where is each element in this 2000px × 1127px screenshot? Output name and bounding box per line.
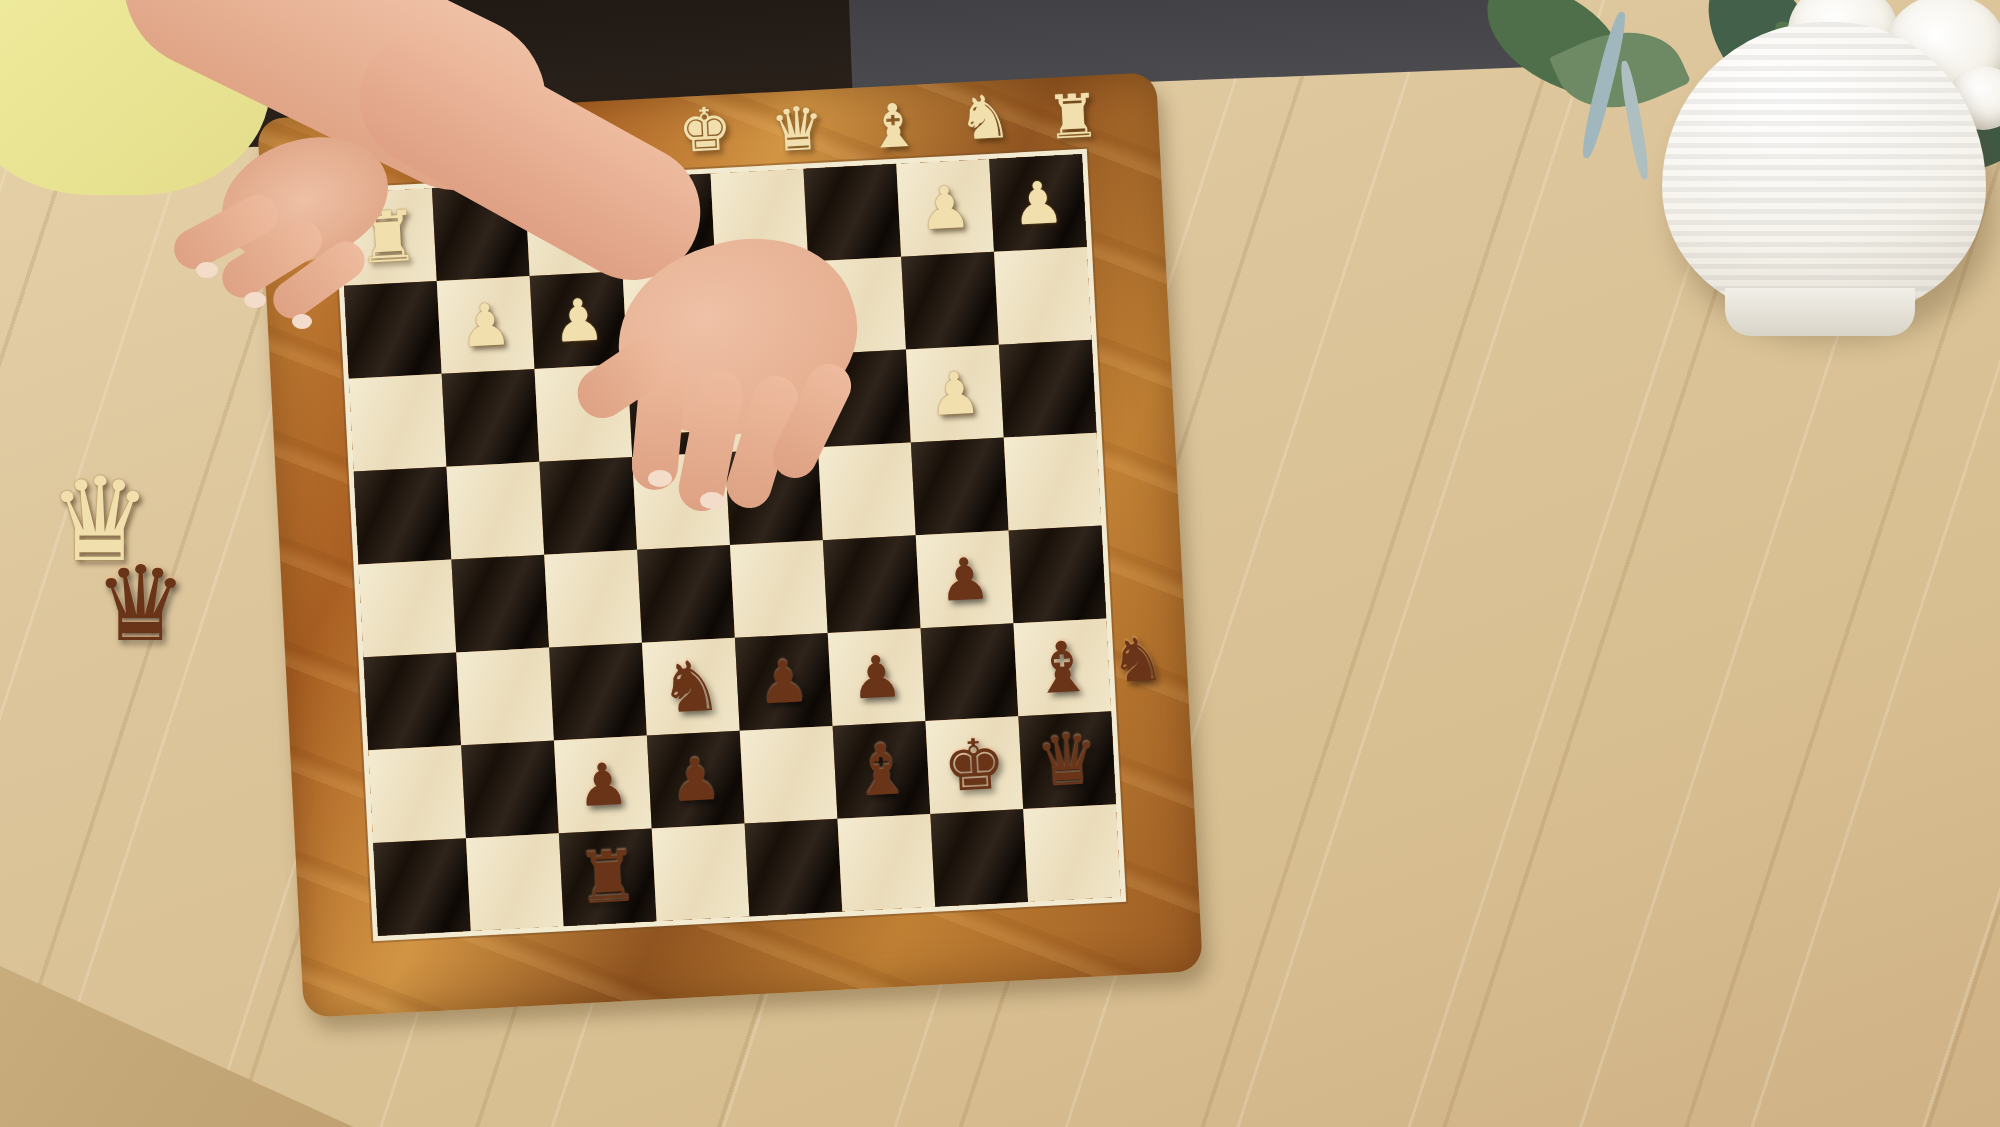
- flower-vase-foot: [1725, 288, 1915, 336]
- square-a7[interactable]: ♛: [1018, 711, 1116, 809]
- white-pawn-b3[interactable]: ♟: [927, 363, 982, 424]
- square-e5[interactable]: [637, 545, 735, 643]
- square-g2[interactable]: ♟: [437, 276, 535, 374]
- fingernail: [700, 492, 724, 509]
- square-b5[interactable]: ♟: [916, 530, 1014, 628]
- white-bishop-on-border[interactable]: ♝: [865, 95, 922, 158]
- square-e7[interactable]: ♟: [647, 731, 745, 829]
- dark-pawn-f7[interactable]: ♟: [575, 754, 630, 815]
- square-d8[interactable]: [745, 819, 843, 917]
- dark-king-b7[interactable]: ♚: [941, 728, 1007, 801]
- square-h7[interactable]: [368, 745, 466, 843]
- square-c7[interactable]: ♝: [833, 721, 931, 819]
- square-d7[interactable]: [740, 726, 838, 824]
- square-c1[interactable]: [803, 164, 901, 262]
- fingernail: [196, 262, 218, 278]
- square-a4[interactable]: [1004, 433, 1102, 531]
- square-h5[interactable]: [359, 560, 457, 658]
- dark-knight-on-border[interactable]: ♞: [1109, 628, 1166, 691]
- square-e6[interactable]: ♞: [642, 638, 740, 736]
- square-d6[interactable]: ♟: [735, 633, 833, 731]
- square-b6[interactable]: [921, 623, 1019, 721]
- square-e8[interactable]: [652, 824, 750, 922]
- chess-board: ♜♝♟♟♟♟♟♟♞♟♟♟♞♟♟♝♟♟♝♚♛♜ ♚♛♝♞♜♞: [257, 72, 1203, 1018]
- dark-rook-f8[interactable]: ♜: [575, 841, 641, 914]
- white-knight-on-border[interactable]: ♞: [956, 86, 1013, 149]
- square-a8[interactable]: [1023, 804, 1121, 902]
- square-c8[interactable]: [837, 814, 935, 912]
- square-b8[interactable]: [930, 809, 1028, 907]
- square-a2[interactable]: [994, 247, 1092, 345]
- square-b4[interactable]: [911, 438, 1009, 536]
- square-g3[interactable]: [442, 369, 540, 467]
- square-g7[interactable]: [461, 740, 559, 838]
- fingernail: [244, 292, 266, 308]
- white-pawn-g2[interactable]: ♟: [458, 295, 513, 356]
- square-a6[interactable]: ♝: [1013, 618, 1111, 716]
- white-king-on-border[interactable]: ♚: [677, 98, 734, 161]
- square-c6[interactable]: ♟: [828, 628, 926, 726]
- white-pawn-a1[interactable]: ♟: [1011, 173, 1066, 234]
- dark-bishop-a6[interactable]: ♝: [1029, 631, 1095, 704]
- square-g8[interactable]: [466, 833, 564, 931]
- square-g4[interactable]: [447, 462, 545, 560]
- square-f2[interactable]: ♟: [530, 271, 628, 369]
- square-d5[interactable]: [730, 540, 828, 638]
- square-f5[interactable]: [544, 550, 642, 648]
- white-rook-on-border[interactable]: ♜: [1045, 85, 1102, 148]
- dark-pawn-d6[interactable]: ♟: [756, 652, 811, 713]
- square-h3[interactable]: [349, 374, 447, 472]
- square-b7[interactable]: ♚: [925, 716, 1023, 814]
- square-h2[interactable]: [344, 281, 442, 379]
- square-h8[interactable]: [373, 838, 471, 936]
- square-g5[interactable]: [451, 555, 549, 653]
- white-queen-on-border[interactable]: ♛: [769, 98, 826, 161]
- square-b3[interactable]: ♟: [906, 345, 1004, 443]
- square-f6[interactable]: [549, 643, 647, 741]
- square-b2[interactable]: [901, 252, 999, 350]
- square-c4[interactable]: [818, 442, 916, 540]
- square-a3[interactable]: [999, 340, 1097, 438]
- square-c5[interactable]: [823, 535, 921, 633]
- fingernail: [292, 314, 312, 329]
- square-a5[interactable]: [1009, 526, 1107, 624]
- white-pawn-b1[interactable]: ♟: [918, 177, 973, 238]
- dark-pawn-e7[interactable]: ♟: [668, 749, 723, 810]
- white-pawn-f2[interactable]: ♟: [551, 290, 606, 351]
- square-h6[interactable]: [363, 652, 461, 750]
- dark-queen-a7[interactable]: ♛: [1034, 724, 1100, 797]
- scene: ♜♝♟♟♟♟♟♟♞♟♟♟♞♟♟♝♟♟♝♚♛♜ ♚♛♝♞♜♞ ♛♛: [0, 0, 2000, 1127]
- dark-pawn-b5[interactable]: ♟: [937, 549, 992, 610]
- square-f4[interactable]: [539, 457, 637, 555]
- dark-knight-e6[interactable]: ♞: [658, 650, 724, 723]
- square-f8[interactable]: ♜: [559, 828, 657, 926]
- square-f7[interactable]: ♟: [554, 736, 652, 834]
- dark-bishop-c7[interactable]: ♝: [848, 733, 914, 806]
- dark-spare-queen-on-table[interactable]: ♛: [94, 552, 187, 656]
- square-b1[interactable]: ♟: [896, 159, 994, 257]
- dark-pawn-c6[interactable]: ♟: [849, 647, 904, 708]
- square-g6[interactable]: [456, 648, 554, 746]
- square-h4[interactable]: [354, 467, 452, 565]
- square-a1[interactable]: ♟: [989, 154, 1087, 252]
- fingernail: [648, 470, 672, 487]
